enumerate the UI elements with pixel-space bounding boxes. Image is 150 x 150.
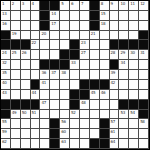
black-cell-r9c7 [70, 90, 80, 100]
white-cell-r7c3[interactable] [31, 70, 41, 80]
clue-number-41: 41 [41, 80, 46, 85]
black-cell-r4c7 [70, 40, 80, 50]
white-cell-r1c13[interactable] [129, 11, 139, 21]
black-cell-r5c7 [70, 50, 80, 60]
white-cell-r8c7[interactable] [70, 80, 80, 90]
white-cell-r13c3[interactable] [31, 129, 41, 139]
clue-number-20: 20 [41, 31, 46, 36]
clue-number-19: 19 [12, 31, 17, 36]
white-cell-r5c3[interactable] [31, 50, 41, 60]
white-cell-r7c5[interactable]: 37 [50, 70, 60, 80]
white-cell-r6c7[interactable]: 33 [70, 60, 80, 70]
white-cell-r10c5[interactable] [50, 100, 60, 110]
white-cell-r7c9[interactable] [90, 70, 100, 80]
white-cell-r6c3[interactable] [31, 60, 41, 70]
white-cell-r14c2[interactable] [21, 139, 31, 149]
black-cell-r8c10 [100, 80, 110, 90]
clue-number-32: 32 [2, 60, 7, 65]
white-cell-r3c3[interactable] [31, 31, 41, 41]
white-cell-r8c2[interactable] [21, 80, 31, 90]
white-cell-r5c9[interactable] [90, 50, 100, 60]
clue-number-11: 11 [130, 1, 135, 6]
white-cell-r6c1[interactable] [11, 60, 21, 70]
white-cell-r8c14[interactable] [139, 80, 149, 90]
white-cell-r4c9[interactable] [90, 40, 100, 50]
clue-number-52: 52 [71, 110, 76, 115]
clue-number-30: 30 [130, 50, 135, 55]
black-cell-r4c14 [139, 40, 149, 50]
white-cell-r1c1[interactable] [11, 11, 21, 21]
white-cell-r1c0[interactable]: 13 [1, 11, 11, 21]
white-cell-r2c2[interactable] [21, 21, 31, 31]
black-cell-r9c8 [80, 90, 90, 100]
clue-number-4: 4 [32, 1, 34, 6]
clue-number-45: 45 [91, 90, 96, 95]
clue-number-34: 34 [120, 60, 125, 65]
white-cell-r1c6[interactable] [60, 11, 70, 21]
white-cell-r6c13[interactable] [129, 60, 139, 70]
white-cell-r2c11[interactable] [110, 21, 120, 31]
white-cell-r10c6[interactable] [60, 100, 70, 110]
white-cell-r10c10[interactable] [100, 100, 110, 110]
clue-number-6: 6 [71, 1, 73, 6]
black-cell-r6c5 [50, 60, 60, 70]
clue-number-12: 12 [140, 1, 145, 6]
clue-number-28: 28 [111, 50, 116, 55]
black-cell-r14c9 [90, 139, 100, 149]
white-cell-r0c3[interactable]: 4 [31, 1, 41, 11]
white-cell-r13c4[interactable] [40, 129, 50, 139]
clue-number-8: 8 [101, 1, 103, 6]
clue-number-64: 64 [111, 139, 116, 144]
clue-number-35: 35 [2, 70, 7, 75]
white-cell-r0c14[interactable]: 12 [139, 1, 149, 11]
black-cell-r11c14 [139, 110, 149, 120]
white-cell-r11c2[interactable]: 50 [21, 110, 31, 120]
clue-number-44: 44 [32, 90, 37, 95]
white-cell-r6c8[interactable] [80, 60, 90, 70]
white-cell-r5c5[interactable] [50, 50, 60, 60]
white-cell-r1c14[interactable] [139, 11, 149, 21]
white-cell-r14c14[interactable] [139, 139, 149, 149]
white-cell-r2c7[interactable] [70, 21, 80, 31]
white-cell-r9c0[interactable]: 43 [1, 90, 11, 100]
white-cell-r14c11[interactable]: 64 [110, 139, 120, 149]
black-cell-r1c4 [40, 11, 50, 21]
white-cell-r5c4[interactable] [40, 50, 50, 60]
black-cell-r4c0 [1, 40, 11, 50]
white-cell-r13c7[interactable] [70, 129, 80, 139]
white-cell-r7c8[interactable] [80, 70, 90, 80]
white-cell-r2c6[interactable] [60, 21, 70, 31]
white-cell-r0c0[interactable]: 1 [1, 1, 11, 11]
white-cell-r4c10[interactable] [100, 40, 110, 50]
clue-number-27: 27 [81, 50, 86, 55]
black-cell-r10c2 [21, 100, 31, 110]
white-cell-r7c6[interactable]: 38 [60, 70, 70, 80]
white-cell-r9c12[interactable] [119, 90, 129, 100]
black-cell-r6c11 [110, 60, 120, 70]
clue-number-51: 51 [32, 110, 37, 115]
white-cell-r0c13[interactable]: 11 [129, 1, 139, 11]
white-cell-r2c13[interactable] [129, 21, 139, 31]
black-cell-r3c14 [139, 31, 149, 41]
white-cell-r0c11[interactable]: 9 [110, 1, 120, 11]
white-cell-r4c3[interactable]: 22 [31, 40, 41, 50]
clue-number-62: 62 [2, 139, 7, 144]
clue-number-17: 17 [51, 21, 56, 26]
white-cell-r3c13[interactable] [129, 31, 139, 41]
white-cell-r13c1[interactable] [11, 129, 21, 139]
white-cell-r13c14[interactable] [139, 129, 149, 139]
black-cell-r12c5 [50, 119, 60, 129]
black-cell-r10c3 [31, 100, 41, 110]
white-cell-r11c13[interactable]: 54 [129, 110, 139, 120]
black-cell-r6c4 [40, 60, 50, 70]
white-cell-r9c4[interactable] [40, 90, 50, 100]
black-cell-r10c0 [1, 100, 11, 110]
white-cell-r14c0[interactable]: 62 [1, 139, 11, 149]
black-cell-r8c3 [31, 80, 41, 90]
black-cell-r14c5 [50, 139, 60, 149]
clue-number-22: 22 [32, 40, 37, 45]
white-cell-r8c11[interactable]: 42 [110, 80, 120, 90]
white-cell-r14c13[interactable] [129, 139, 139, 149]
clue-number-63: 63 [61, 139, 66, 144]
white-cell-r9c10[interactable]: 46 [100, 90, 110, 100]
clue-number-48: 48 [81, 100, 86, 105]
white-cell-r2c10[interactable]: 18 [100, 21, 110, 31]
white-cell-r3c10[interactable] [100, 31, 110, 41]
white-cell-r7c7[interactable] [70, 70, 80, 80]
white-cell-r11c5[interactable] [50, 110, 60, 120]
clue-number-24: 24 [2, 50, 7, 55]
white-cell-r0c12[interactable]: 10 [119, 1, 129, 11]
white-cell-r1c8[interactable] [80, 11, 90, 21]
black-cell-r0c9 [90, 1, 100, 11]
clue-number-7: 7 [81, 1, 83, 6]
white-cell-r3c4[interactable]: 20 [40, 31, 50, 41]
clue-number-29: 29 [120, 50, 125, 55]
clue-number-50: 50 [22, 110, 27, 115]
white-cell-r9c5[interactable] [50, 90, 60, 100]
white-cell-r6c14[interactable] [139, 60, 149, 70]
black-cell-r13c10 [100, 129, 110, 139]
white-cell-r2c1[interactable] [11, 21, 21, 31]
white-cell-r2c0[interactable]: 16 [1, 21, 11, 31]
white-cell-r2c14[interactable] [139, 21, 149, 31]
white-cell-r12c11[interactable]: 57 [110, 119, 120, 129]
white-cell-r11c6[interactable] [60, 110, 70, 120]
white-cell-r12c12[interactable] [119, 119, 129, 129]
white-cell-r6c12[interactable]: 34 [119, 60, 129, 70]
clue-number-60: 60 [61, 129, 66, 134]
clue-number-46: 46 [101, 90, 106, 95]
white-cell-r5c0[interactable]: 24 [1, 50, 11, 60]
clue-number-13: 13 [2, 11, 7, 16]
white-cell-r5c12[interactable]: 29 [119, 50, 129, 60]
white-cell-r1c7[interactable] [70, 11, 80, 21]
clue-number-31: 31 [140, 50, 145, 55]
black-cell-r4c12 [119, 40, 129, 50]
clue-number-47: 47 [41, 100, 46, 105]
white-cell-r14c12[interactable] [119, 139, 129, 149]
white-cell-r6c2[interactable] [21, 60, 31, 70]
white-cell-r4c8[interactable]: 23 [80, 40, 90, 50]
white-cell-r9c9[interactable]: 45 [90, 90, 100, 100]
white-cell-r6c10[interactable] [100, 60, 110, 70]
clue-number-61: 61 [111, 129, 116, 134]
white-cell-r5c8[interactable]: 27 [80, 50, 90, 60]
white-cell-r3c12[interactable] [119, 31, 129, 41]
white-cell-r0c10[interactable]: 8 [100, 1, 110, 11]
white-cell-r11c10[interactable] [100, 110, 110, 120]
clue-number-58: 58 [140, 119, 145, 124]
white-cell-r4c5[interactable] [50, 40, 60, 50]
clue-number-25: 25 [12, 50, 17, 55]
white-cell-r8c4[interactable]: 41 [40, 80, 50, 90]
white-cell-r5c2[interactable]: 26 [21, 50, 31, 60]
clue-number-53: 53 [120, 110, 125, 115]
white-cell-r14c3[interactable] [31, 139, 41, 149]
white-cell-r3c9[interactable]: 21 [90, 31, 100, 41]
white-cell-r5c1[interactable]: 25 [11, 50, 21, 60]
white-cell-r12c0[interactable]: 55 [1, 119, 11, 129]
white-cell-r9c11[interactable] [110, 90, 120, 100]
crossword-grid: 1234567891011121314151617181920212223242… [0, 0, 150, 150]
clue-number-56: 56 [61, 119, 66, 124]
white-cell-r3c8[interactable] [80, 31, 90, 41]
black-cell-r10c1 [11, 100, 21, 110]
white-cell-r0c2[interactable]: 3 [21, 1, 31, 11]
white-cell-r12c13[interactable] [129, 119, 139, 129]
black-cell-r4c11 [110, 40, 120, 50]
white-cell-r13c13[interactable] [129, 129, 139, 139]
clue-number-59: 59 [2, 129, 7, 134]
black-cell-r6c6 [60, 60, 70, 70]
white-cell-r13c6[interactable]: 60 [60, 129, 70, 139]
black-cell-r3c0 [1, 31, 11, 41]
white-cell-r1c3[interactable] [31, 11, 41, 21]
clue-number-57: 57 [111, 119, 116, 124]
white-cell-r2c12[interactable] [119, 21, 129, 31]
clue-number-15: 15 [101, 11, 106, 16]
white-cell-r10c9[interactable] [90, 100, 100, 110]
white-cell-r5c10[interactable] [100, 50, 110, 60]
white-cell-r7c0[interactable]: 35 [1, 70, 11, 80]
white-cell-r2c5[interactable]: 17 [50, 21, 60, 31]
white-cell-r8c5[interactable] [50, 80, 60, 90]
white-cell-r7c4[interactable]: 36 [40, 70, 50, 80]
white-cell-r1c2[interactable] [21, 11, 31, 21]
white-cell-r10c4[interactable]: 47 [40, 100, 50, 110]
clue-number-39: 39 [111, 70, 116, 75]
white-cell-r11c12[interactable]: 53 [119, 110, 129, 120]
white-cell-r14c4[interactable] [40, 139, 50, 149]
white-cell-r0c1[interactable]: 2 [11, 1, 21, 11]
white-cell-r3c11[interactable] [110, 31, 120, 41]
white-cell-r8c0[interactable]: 40 [1, 80, 11, 90]
black-cell-r8c8 [80, 80, 90, 90]
white-cell-r3c7[interactable] [70, 31, 80, 41]
black-cell-r10c7 [70, 100, 80, 110]
white-cell-r8c13[interactable] [129, 80, 139, 90]
black-cell-r0c4 [40, 1, 50, 11]
white-cell-r8c12[interactable] [119, 80, 129, 90]
white-cell-r12c2[interactable] [21, 119, 31, 129]
white-cell-r10c11[interactable] [110, 100, 120, 110]
clue-number-3: 3 [22, 1, 24, 6]
white-cell-r13c9[interactable] [90, 129, 100, 139]
clue-number-14: 14 [51, 11, 56, 16]
white-cell-r7c10[interactable] [100, 70, 110, 80]
white-cell-r9c13[interactable] [129, 90, 139, 100]
clue-number-40: 40 [2, 80, 7, 85]
black-cell-r1c9 [90, 11, 100, 21]
clue-number-5: 5 [61, 1, 63, 6]
white-cell-r13c8[interactable] [80, 129, 90, 139]
clue-number-2: 2 [12, 1, 14, 6]
black-cell-r0c5 [50, 1, 60, 11]
white-cell-r2c3[interactable] [31, 21, 41, 31]
black-cell-r14c10 [100, 139, 110, 149]
white-cell-r11c1[interactable]: 49 [11, 110, 21, 120]
black-cell-r4c1 [11, 40, 21, 50]
white-cell-r7c2[interactable] [21, 70, 31, 80]
white-cell-r7c12[interactable] [119, 70, 129, 80]
white-cell-r14c1[interactable] [11, 139, 21, 149]
white-cell-r14c6[interactable]: 63 [60, 139, 70, 149]
white-cell-r7c13[interactable] [129, 70, 139, 80]
white-cell-r0c8[interactable]: 7 [80, 1, 90, 11]
clue-number-36: 36 [41, 70, 46, 75]
white-cell-r4c6[interactable] [60, 40, 70, 50]
white-cell-r0c7[interactable]: 6 [70, 1, 80, 11]
white-cell-r3c6[interactable] [60, 31, 70, 41]
black-cell-r12c10 [100, 119, 110, 129]
black-cell-r10c13 [129, 100, 139, 110]
white-cell-r13c12[interactable] [119, 129, 129, 139]
black-cell-r4c13 [129, 40, 139, 50]
white-cell-r9c2[interactable] [21, 90, 31, 100]
white-cell-r1c11[interactable] [110, 11, 120, 21]
white-cell-r1c10[interactable]: 15 [100, 11, 110, 21]
white-cell-r9c14[interactable] [139, 90, 149, 100]
white-cell-r11c9[interactable] [90, 110, 100, 120]
white-cell-r9c6[interactable] [60, 90, 70, 100]
clue-number-54: 54 [130, 110, 135, 115]
white-cell-r12c7[interactable] [70, 119, 80, 129]
white-cell-r7c1[interactable] [11, 70, 21, 80]
white-cell-r11c7[interactable]: 52 [70, 110, 80, 120]
white-cell-r8c1[interactable] [11, 80, 21, 90]
black-cell-r5c6 [60, 50, 70, 60]
white-cell-r5c14[interactable]: 31 [139, 50, 149, 60]
white-cell-r11c11[interactable] [110, 110, 120, 120]
white-cell-r5c13[interactable]: 30 [129, 50, 139, 60]
white-cell-r13c0[interactable]: 59 [1, 129, 11, 139]
white-cell-r14c7[interactable] [70, 139, 80, 149]
clue-number-18: 18 [101, 21, 106, 26]
white-cell-r12c8[interactable] [80, 119, 90, 129]
clue-number-38: 38 [61, 70, 66, 75]
white-cell-r12c9[interactable] [90, 119, 100, 129]
white-cell-r14c8[interactable] [80, 139, 90, 149]
black-cell-r10c14 [139, 100, 149, 110]
white-cell-r6c9[interactable] [90, 60, 100, 70]
white-cell-r2c8[interactable] [80, 21, 90, 31]
white-cell-r1c12[interactable] [119, 11, 129, 21]
clue-number-37: 37 [51, 70, 56, 75]
white-cell-r12c6[interactable]: 56 [60, 119, 70, 129]
white-cell-r9c3[interactable]: 44 [31, 90, 41, 100]
clue-number-33: 33 [71, 60, 76, 65]
white-cell-r8c6[interactable] [60, 80, 70, 90]
black-cell-r8c9 [90, 80, 100, 90]
white-cell-r4c4[interactable] [40, 40, 50, 50]
clue-number-49: 49 [12, 110, 17, 115]
white-cell-r13c11[interactable]: 61 [110, 129, 120, 139]
black-cell-r13c5 [50, 129, 60, 139]
white-cell-r11c3[interactable]: 51 [31, 110, 41, 120]
clue-number-42: 42 [111, 80, 116, 85]
white-cell-r3c5[interactable] [50, 31, 60, 41]
white-cell-r11c8[interactable] [80, 110, 90, 120]
clue-number-43: 43 [2, 90, 7, 95]
clue-number-26: 26 [22, 50, 27, 55]
black-cell-r2c4 [40, 21, 50, 31]
clue-number-1: 1 [2, 1, 4, 6]
white-cell-r0c6[interactable]: 5 [60, 1, 70, 11]
white-cell-r3c1[interactable]: 19 [11, 31, 21, 41]
white-cell-r7c11[interactable]: 39 [110, 70, 120, 80]
clue-number-9: 9 [111, 1, 113, 6]
clue-number-21: 21 [91, 31, 96, 36]
white-cell-r13c2[interactable] [21, 129, 31, 139]
white-cell-r12c3[interactable] [31, 119, 41, 129]
white-cell-r10c8[interactable]: 48 [80, 100, 90, 110]
black-cell-r11c0 [1, 110, 11, 120]
white-cell-r3c2[interactable] [21, 31, 31, 41]
white-cell-r9c1[interactable] [11, 90, 21, 100]
clue-number-16: 16 [2, 21, 7, 26]
black-cell-r10c12 [119, 100, 129, 110]
white-cell-r12c4[interactable] [40, 119, 50, 129]
white-cell-r6c0[interactable]: 32 [1, 60, 11, 70]
clue-number-23: 23 [81, 40, 86, 45]
black-cell-r2c9 [90, 21, 100, 31]
white-cell-r12c1[interactable] [11, 119, 21, 129]
white-cell-r5c11[interactable]: 28 [110, 50, 120, 60]
white-cell-r12c14[interactable]: 58 [139, 119, 149, 129]
white-cell-r7c14[interactable] [139, 70, 149, 80]
clue-number-55: 55 [2, 119, 7, 124]
white-cell-r1c5[interactable]: 14 [50, 11, 60, 21]
clue-number-10: 10 [120, 1, 125, 6]
black-cell-r4c2 [21, 40, 31, 50]
white-cell-r11c4[interactable] [40, 110, 50, 120]
